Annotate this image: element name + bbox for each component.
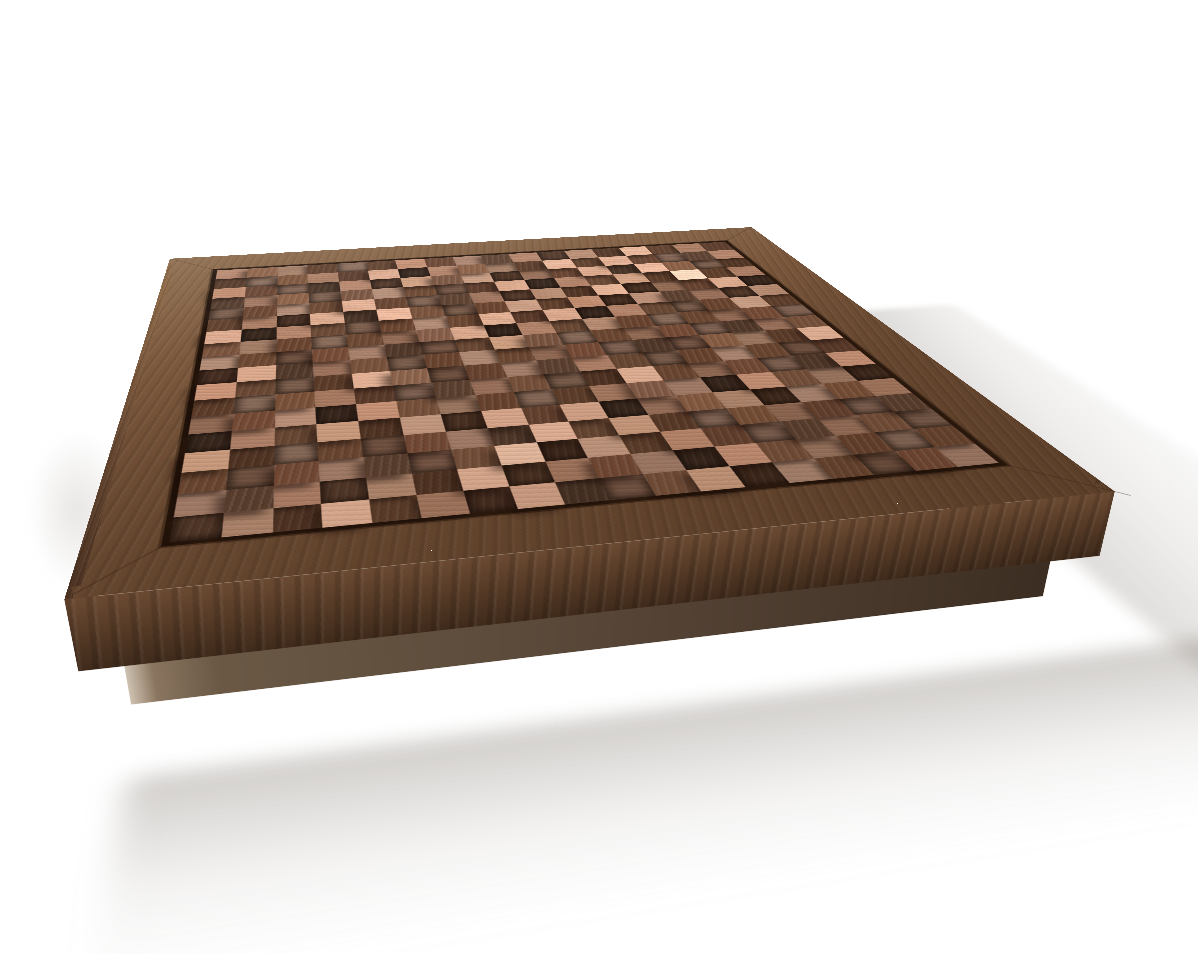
mosaic-tile bbox=[495, 280, 531, 291]
mosaic-tile bbox=[438, 293, 474, 305]
mosaic-tile bbox=[376, 308, 412, 321]
mosaic-tile bbox=[478, 312, 516, 325]
mosaic-tile bbox=[568, 295, 607, 307]
mosaic-tile bbox=[212, 287, 246, 299]
mosaic-tile bbox=[273, 461, 320, 486]
board-scene bbox=[78, 268, 1099, 672]
mosaic-tile bbox=[243, 305, 277, 318]
mosaic-tile bbox=[312, 347, 350, 363]
mosaic-tile bbox=[404, 431, 452, 453]
mosaic-tile bbox=[247, 267, 278, 278]
mosaic-tile bbox=[169, 513, 223, 542]
mosaic-tile bbox=[400, 276, 434, 287]
mosaic-tile bbox=[317, 421, 361, 442]
mosaic-tile bbox=[200, 354, 240, 370]
mosaic-tile bbox=[322, 499, 373, 527]
mosaic-tile bbox=[275, 392, 316, 411]
mosaic-tile bbox=[430, 274, 464, 285]
mosaic-tile bbox=[509, 482, 564, 509]
mosaic-tile bbox=[276, 337, 312, 352]
mosaic-tile bbox=[456, 264, 490, 274]
mosaic-tile bbox=[194, 382, 236, 400]
mosaic-tile bbox=[232, 411, 275, 431]
mosaic-tile bbox=[416, 328, 454, 342]
mosaic-tile bbox=[277, 303, 311, 316]
mosaic-tile bbox=[523, 333, 564, 348]
mosaic-tile bbox=[224, 486, 274, 513]
mosaic-tile bbox=[384, 342, 423, 357]
mosaic-tile bbox=[481, 408, 528, 428]
mosaic-tile bbox=[230, 428, 275, 450]
mosaic-tile bbox=[204, 330, 241, 345]
mosaic-tile bbox=[242, 316, 277, 330]
mosaic-tile bbox=[236, 365, 275, 382]
mosaic-tile bbox=[543, 308, 582, 321]
mosaic-tile bbox=[505, 299, 543, 312]
mosaic-tile bbox=[210, 297, 244, 309]
mosaic-tile bbox=[481, 254, 514, 264]
mosaic-tile bbox=[460, 273, 494, 284]
mosaic-tile bbox=[245, 285, 277, 297]
mosaic-tile bbox=[403, 285, 437, 297]
mosaic-tile bbox=[315, 389, 356, 408]
mosaic-tile bbox=[536, 358, 580, 374]
mosaic-tile bbox=[364, 454, 412, 478]
mosaic-tile bbox=[188, 414, 233, 435]
mosaic-tile bbox=[228, 446, 274, 469]
mosaic-tile bbox=[273, 504, 323, 533]
mosaic-tile bbox=[352, 371, 393, 388]
mosaic-tile bbox=[368, 269, 400, 280]
mosaic-tile bbox=[181, 449, 229, 473]
mosaic-field bbox=[161, 240, 1008, 546]
mosaic-tile bbox=[494, 443, 545, 466]
mosaic-tile bbox=[344, 310, 379, 323]
mosaic-tile bbox=[395, 259, 427, 269]
mosaic-tile bbox=[202, 342, 240, 357]
mosaic-tile bbox=[191, 398, 235, 417]
mosaic-tile bbox=[221, 508, 273, 537]
studio-background bbox=[0, 0, 1198, 954]
mosaic-tile bbox=[494, 347, 536, 363]
mosaic-tile bbox=[542, 259, 577, 269]
mosaic-tile bbox=[178, 469, 228, 494]
mosaic-tile bbox=[390, 368, 432, 385]
mosaic-tile bbox=[507, 374, 552, 392]
mosaic-tile bbox=[356, 401, 400, 421]
mosaic-tile bbox=[431, 380, 475, 398]
mosaic-tile bbox=[359, 417, 404, 438]
mosaic-tile bbox=[577, 266, 613, 277]
mosaic-tile bbox=[342, 299, 376, 312]
mosaic-tile bbox=[274, 424, 318, 446]
mosaic-tile bbox=[216, 269, 248, 280]
mosaic-tile bbox=[464, 363, 507, 380]
mosaic-tile bbox=[409, 305, 445, 318]
mosaic-tile bbox=[277, 274, 308, 285]
mosaic-tile bbox=[463, 487, 517, 514]
mosaic-tile bbox=[308, 281, 340, 292]
mosaic-tile bbox=[423, 352, 464, 368]
mosaic-tile bbox=[273, 482, 322, 509]
mosaic-tile bbox=[277, 293, 310, 305]
mosaic-tile bbox=[275, 407, 317, 427]
mosaic-tile bbox=[370, 495, 422, 523]
mosaic-tile bbox=[528, 421, 578, 442]
mosaic-tile bbox=[554, 276, 591, 287]
mosaic-tile bbox=[436, 395, 481, 414]
mosaic-tile bbox=[347, 332, 384, 347]
mosaic-tile bbox=[417, 491, 470, 518]
mosaic-tile bbox=[564, 249, 598, 259]
mosaic-tile bbox=[457, 466, 509, 491]
mosaic-tile bbox=[530, 288, 567, 300]
mosaic-tile bbox=[308, 272, 339, 283]
mosaic-tile bbox=[174, 490, 226, 517]
mosaic-tile bbox=[367, 474, 417, 500]
mosaic-tile bbox=[319, 457, 366, 481]
mosaic-tile bbox=[318, 438, 364, 461]
mosaic-tile bbox=[235, 379, 275, 397]
mosaic-tile bbox=[450, 325, 489, 339]
mosaic-tile bbox=[275, 363, 314, 380]
mosaic-tile bbox=[311, 323, 347, 337]
mosaic-tile bbox=[310, 312, 345, 325]
mosaic-tile bbox=[379, 318, 416, 332]
